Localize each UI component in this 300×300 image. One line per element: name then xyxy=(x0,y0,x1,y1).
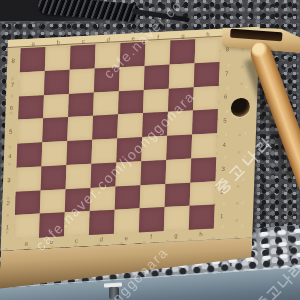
square-f6 xyxy=(143,88,169,113)
square-d3 xyxy=(91,162,117,187)
square-a1 xyxy=(14,214,40,239)
square-c2 xyxy=(65,187,91,212)
coordinate-label: 5 xyxy=(4,120,17,144)
coordinate-label: c xyxy=(64,234,89,246)
square-b8 xyxy=(45,46,71,71)
square-c4 xyxy=(66,140,92,165)
coordinate-label: 6 xyxy=(5,96,18,120)
board-surface: abcdefgh abcdefgh 87654321 87654321 xyxy=(1,27,260,251)
coordinate-label: a xyxy=(14,237,39,249)
square-b5 xyxy=(42,117,68,142)
square-a4 xyxy=(17,142,43,167)
marketplace-photo-scene: abcdefgh abcdefgh 87654321 87654321 cafe… xyxy=(0,0,300,300)
square-c6 xyxy=(68,92,94,117)
square-e6 xyxy=(118,89,144,114)
coordinate-label: 4 xyxy=(217,132,231,157)
square-h3 xyxy=(190,157,216,182)
square-f4 xyxy=(141,136,167,161)
shelf-clasp xyxy=(109,287,119,299)
square-c8 xyxy=(70,44,96,69)
cable-tail xyxy=(132,8,190,22)
square-g4 xyxy=(166,134,192,159)
square-e2 xyxy=(115,185,141,210)
square-f3 xyxy=(141,160,167,185)
square-f1 xyxy=(139,207,165,232)
square-g1 xyxy=(164,206,190,231)
square-e5 xyxy=(117,113,143,138)
square-b4 xyxy=(41,141,67,166)
square-h8 xyxy=(195,38,221,63)
square-a7 xyxy=(19,71,45,96)
square-c7 xyxy=(69,68,95,93)
square-e1 xyxy=(114,209,140,234)
square-g7 xyxy=(169,63,195,88)
coordinate-label: 3 xyxy=(216,156,230,181)
square-d5 xyxy=(92,115,118,140)
square-a3 xyxy=(16,166,42,191)
coordinate-label: 5 xyxy=(218,109,232,134)
square-a2 xyxy=(15,190,41,215)
coordinate-label: f xyxy=(138,230,163,242)
coordinate-label: e xyxy=(114,231,139,243)
square-b2 xyxy=(40,189,66,214)
square-a8 xyxy=(20,47,46,72)
square-g8 xyxy=(170,39,196,64)
square-g5 xyxy=(167,111,193,136)
square-b7 xyxy=(44,70,70,95)
square-h2 xyxy=(190,181,216,206)
coordinate-label: d xyxy=(89,233,114,245)
square-d4 xyxy=(91,138,117,163)
square-f2 xyxy=(140,183,166,208)
square-g3 xyxy=(165,158,191,183)
coordinate-label: 7 xyxy=(220,61,234,86)
square-a6 xyxy=(18,95,44,120)
square-f7 xyxy=(144,64,170,89)
coordinate-label: 7 xyxy=(6,72,19,96)
square-d2 xyxy=(90,186,116,211)
square-e3 xyxy=(116,161,142,186)
chess-board-box: abcdefgh abcdefgh 87654321 87654321 xyxy=(0,27,260,289)
coordinate-label: 8 xyxy=(7,48,20,72)
coordinate-label: 2 xyxy=(2,191,15,215)
board-grid xyxy=(14,38,220,239)
square-a5 xyxy=(17,119,43,144)
square-d7 xyxy=(94,67,120,92)
square-b1 xyxy=(39,213,65,238)
coordinate-label: h xyxy=(188,227,213,239)
finger-hole xyxy=(231,97,251,117)
square-d6 xyxy=(93,91,119,116)
square-f5 xyxy=(142,112,168,137)
square-c1 xyxy=(64,211,90,236)
coordinate-label: 1 xyxy=(215,204,229,229)
square-h5 xyxy=(192,109,218,134)
square-c5 xyxy=(67,116,93,141)
coordinate-label: 4 xyxy=(4,144,17,168)
square-f8 xyxy=(145,40,171,65)
square-b3 xyxy=(41,165,67,190)
square-c3 xyxy=(66,164,92,189)
square-e4 xyxy=(116,137,142,162)
coordinate-label: b xyxy=(39,235,64,247)
coordinate-label: 3 xyxy=(3,168,16,192)
coordinate-label: 2 xyxy=(216,180,230,205)
square-e8 xyxy=(120,42,146,67)
coordinate-label: 1 xyxy=(1,215,14,239)
square-h6 xyxy=(193,86,219,111)
square-d1 xyxy=(89,210,115,235)
square-b6 xyxy=(43,93,69,118)
coordinate-label: g xyxy=(163,229,188,241)
square-g6 xyxy=(168,87,194,112)
square-h7 xyxy=(194,62,220,87)
square-g2 xyxy=(165,182,191,207)
square-h4 xyxy=(191,133,217,158)
mallet-slot-groove xyxy=(230,29,283,42)
square-d8 xyxy=(95,43,121,68)
square-h1 xyxy=(189,205,215,230)
square-e7 xyxy=(119,66,145,91)
